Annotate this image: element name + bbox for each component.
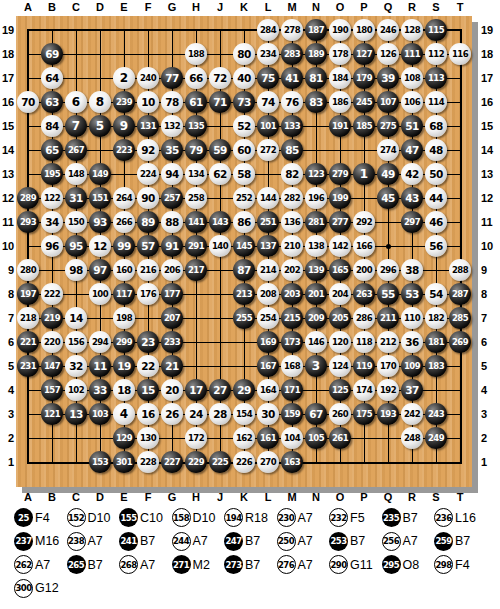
move-stone: 262 (14, 555, 33, 574)
stone-H18: 188 (185, 43, 207, 65)
move-stone: 259 (434, 532, 453, 551)
move-stone: 152 (67, 508, 86, 527)
column-label: F (145, 1, 152, 13)
stone-P5: 119 (353, 355, 375, 377)
stone-B8: 222 (41, 283, 63, 305)
column-label: H (192, 1, 200, 13)
stone-K2: 162 (233, 427, 255, 449)
stone-R13: 42 (401, 163, 423, 185)
stone-A6: 221 (17, 331, 39, 353)
row-label: 16 (481, 96, 499, 108)
column-label: C (72, 491, 80, 503)
move-entry: 232F5 (329, 508, 382, 527)
stone-C15: 7 (65, 115, 87, 137)
stone-P9: 200 (353, 259, 375, 281)
stone-K4: 29 (233, 379, 255, 401)
stone-R6: 36 (401, 331, 423, 353)
stone-M11: 136 (281, 211, 303, 233)
column-label: O (336, 491, 345, 503)
column-label: D (96, 491, 104, 503)
stone-D5: 11 (89, 355, 111, 377)
stone-N7: 209 (305, 307, 327, 329)
stone-S11: 46 (425, 211, 447, 233)
stone-S12: 44 (425, 187, 447, 209)
stone-S7: 182 (425, 307, 447, 329)
column-label: J (217, 491, 223, 503)
move-coord: C10 (140, 511, 163, 525)
stone-R7: 110 (401, 307, 423, 329)
footer-move-list: 25F4152D10155C10158D10194R18230A7232F523… (14, 506, 492, 600)
stone-Q13: 49 (377, 163, 399, 185)
stone-L15: 101 (257, 115, 279, 137)
stone-P11: 292 (353, 211, 375, 233)
move-stone: 265 (67, 555, 86, 574)
stone-D10: 12 (89, 235, 111, 257)
stone-T6: 269 (449, 331, 471, 353)
move-stone: 273 (224, 555, 243, 574)
stone-D15: 5 (89, 115, 111, 137)
stone-L6: 169 (257, 331, 279, 353)
stone-F4: 15 (137, 379, 159, 401)
stone-E11: 266 (113, 211, 135, 233)
move-entry: 271M2 (172, 555, 225, 574)
stone-P18: 127 (353, 43, 375, 65)
stone-Q6: 212 (377, 331, 399, 353)
row-label: 18 (2, 48, 14, 60)
stone-F14: 92 (137, 139, 159, 161)
stone-D12: 151 (89, 187, 111, 209)
move-stone: 295 (382, 555, 401, 574)
stone-S15: 68 (425, 115, 447, 137)
stone-C13: 148 (65, 163, 87, 185)
row-label: 1 (481, 456, 499, 468)
stone-N9: 139 (305, 259, 327, 281)
stone-M12: 282 (281, 187, 303, 209)
stone-F12: 90 (137, 187, 159, 209)
stone-A11: 293 (17, 211, 39, 233)
stone-Q12: 45 (377, 187, 399, 209)
stone-E1: 301 (113, 451, 135, 473)
star-point (386, 244, 391, 249)
stone-C9: 98 (65, 259, 87, 281)
move-stone: 232 (329, 508, 348, 527)
row-label: 5 (481, 360, 499, 372)
column-label: P (360, 491, 367, 503)
stone-B15: 84 (41, 115, 63, 137)
stone-S19: 115 (425, 19, 447, 41)
column-label: M (287, 491, 296, 503)
footer-row: 25F4152D10155C10158D10194R18230A7232F523… (14, 506, 492, 530)
stone-H1: 229 (185, 451, 207, 473)
stone-J4: 27 (209, 379, 231, 401)
move-entry: 194R18 (224, 508, 277, 527)
row-label: 5 (2, 360, 14, 372)
move-coord: D10 (193, 511, 216, 525)
stone-L11: 251 (257, 211, 279, 233)
stone-H11: 141 (185, 211, 207, 233)
stone-S8: 54 (425, 283, 447, 305)
column-label: T (457, 1, 464, 13)
row-label: 12 (2, 192, 14, 204)
stone-G3: 26 (161, 403, 183, 425)
stone-C7: 14 (65, 307, 87, 329)
stone-M17: 41 (281, 67, 303, 89)
stone-K12: 252 (233, 187, 255, 209)
column-label: N (312, 1, 320, 13)
stone-M4: 171 (281, 379, 303, 401)
move-stone: 194 (224, 508, 243, 527)
stone-F9: 216 (137, 259, 159, 281)
stone-L12: 144 (257, 187, 279, 209)
move-entry: 253B7 (329, 532, 382, 551)
column-label: H (192, 491, 200, 503)
stone-S14: 48 (425, 139, 447, 161)
stone-K1: 226 (233, 451, 255, 473)
move-coord: G11 (350, 558, 373, 572)
move-stone: 235 (382, 508, 401, 527)
move-stone: 271 (172, 555, 191, 574)
stone-N5: 3 (305, 355, 327, 377)
move-coord: B7 (245, 534, 260, 548)
move-entry: 250A7 (277, 532, 330, 551)
stone-L9: 214 (257, 259, 279, 281)
stone-B13: 195 (41, 163, 63, 185)
footer-row: 300G12 (14, 577, 492, 601)
stone-O18: 178 (329, 43, 351, 65)
stone-O7: 205 (329, 307, 351, 329)
row-label: 9 (2, 264, 14, 276)
stone-E7: 198 (113, 307, 135, 329)
move-entry: 244A7 (172, 532, 225, 551)
stone-E2: 129 (113, 427, 135, 449)
column-label: S (432, 491, 439, 503)
stone-D6: 294 (89, 331, 111, 353)
stone-N10: 138 (305, 235, 327, 257)
move-coord: A7 (298, 534, 313, 548)
move-coord: A7 (140, 558, 155, 572)
stone-D11: 93 (89, 211, 111, 233)
move-stone: 25 (14, 508, 33, 527)
move-entry: 276A7 (277, 555, 330, 574)
move-coord: B7 (140, 534, 155, 548)
stone-E10: 99 (113, 235, 135, 257)
stone-L1: 270 (257, 451, 279, 473)
stone-Q17: 39 (377, 67, 399, 89)
column-label: L (265, 1, 272, 13)
stone-P8: 263 (353, 283, 375, 305)
stone-B11: 34 (41, 211, 63, 233)
stone-C6: 156 (65, 331, 87, 353)
stone-J3: 28 (209, 403, 231, 425)
stone-M15: 133 (281, 115, 303, 137)
stone-Q3: 193 (377, 403, 399, 425)
row-label: 10 (2, 240, 14, 252)
column-label: A (24, 1, 32, 13)
row-label: 9 (481, 264, 499, 276)
stone-M3: 159 (281, 403, 303, 425)
stone-E15: 9 (113, 115, 135, 137)
stone-H2: 172 (185, 427, 207, 449)
stone-J14: 59 (209, 139, 231, 161)
stone-N3: 67 (305, 403, 327, 425)
stone-M7: 215 (281, 307, 303, 329)
stone-M13: 82 (281, 163, 303, 185)
row-label: 8 (481, 288, 499, 300)
stone-K3: 154 (233, 403, 255, 425)
move-coord: R18 (245, 511, 268, 525)
move-coord: A7 (403, 534, 418, 548)
row-label: 6 (481, 336, 499, 348)
stone-P16: 245 (353, 91, 375, 113)
column-label: E (120, 491, 127, 503)
move-coord: F5 (350, 511, 365, 525)
move-coord: B7 (455, 534, 470, 548)
stone-J16: 71 (209, 91, 231, 113)
stone-F11: 89 (137, 211, 159, 233)
stone-K7: 255 (233, 307, 255, 329)
move-entry: 155C10 (119, 508, 172, 527)
stone-D1: 153 (89, 451, 111, 473)
column-label: Q (384, 1, 393, 13)
stone-B14: 65 (41, 139, 63, 161)
stone-O19: 190 (329, 19, 351, 41)
row-label: 14 (2, 144, 14, 156)
move-coord: F4 (35, 511, 50, 525)
stone-G13: 94 (161, 163, 183, 185)
stone-M6: 173 (281, 331, 303, 353)
stone-R18: 111 (401, 43, 423, 65)
go-board[interactable]: 2842781871901802461281156918880234283189… (16, 16, 472, 487)
stone-A7: 218 (17, 307, 39, 329)
stone-O5: 124 (329, 355, 351, 377)
stone-H17: 66 (185, 67, 207, 89)
stone-L16: 74 (257, 91, 279, 113)
stone-K18: 80 (233, 43, 255, 65)
stone-Q14: 274 (377, 139, 399, 161)
stone-H14: 79 (185, 139, 207, 161)
stone-N17: 81 (305, 67, 327, 89)
stone-O4: 125 (329, 379, 351, 401)
move-entry: 256A7 (382, 532, 435, 551)
stone-Q16: 107 (377, 91, 399, 113)
column-label: D (96, 1, 104, 13)
stone-O8: 204 (329, 283, 351, 305)
stone-A9: 280 (17, 259, 39, 281)
column-label: O (336, 1, 345, 13)
stone-S17: 113 (425, 67, 447, 89)
move-stone: 158 (172, 508, 191, 527)
move-entry: 268A7 (119, 555, 172, 574)
row-label: 19 (481, 24, 499, 36)
stone-J10: 140 (209, 235, 231, 257)
stone-D8: 100 (89, 283, 111, 305)
move-entry: 235B7 (382, 508, 435, 527)
stone-K9: 87 (233, 259, 255, 281)
stone-K14: 60 (233, 139, 255, 161)
stone-M19: 278 (281, 19, 303, 41)
move-entry: 247B7 (224, 532, 277, 551)
stone-B17: 64 (41, 67, 63, 89)
move-coord: M16 (35, 534, 59, 548)
stone-R15: 51 (401, 115, 423, 137)
stone-R3: 242 (401, 403, 423, 425)
stone-N11: 281 (305, 211, 327, 233)
stone-G7: 207 (161, 307, 183, 329)
stone-S16: 114 (425, 91, 447, 113)
stone-P17: 179 (353, 67, 375, 89)
column-label: C (72, 1, 80, 13)
stone-Q7: 211 (377, 307, 399, 329)
stone-P3: 175 (353, 403, 375, 425)
column-label: Q (384, 491, 393, 503)
stone-F1: 228 (137, 451, 159, 473)
stone-N6: 146 (305, 331, 327, 353)
stone-R9: 38 (401, 259, 423, 281)
stone-E6: 299 (113, 331, 135, 353)
stone-G6: 233 (161, 331, 183, 353)
stone-H12: 258 (185, 187, 207, 209)
stone-M16: 76 (281, 91, 303, 113)
stone-F3: 16 (137, 403, 159, 425)
stone-J11: 143 (209, 211, 231, 233)
move-stone: 256 (382, 532, 401, 551)
move-coord: M2 (193, 558, 210, 572)
stone-H9: 217 (185, 259, 207, 281)
stone-R2: 248 (401, 427, 423, 449)
move-stone: 276 (277, 555, 296, 574)
move-stone: 236 (434, 508, 453, 527)
move-stone: 300 (14, 579, 33, 598)
column-label: K (240, 1, 248, 13)
row-label: 16 (2, 96, 14, 108)
stone-B18: 69 (41, 43, 63, 65)
move-coord: A7 (193, 534, 208, 548)
move-stone: 247 (224, 532, 243, 551)
column-label: B (48, 1, 56, 13)
move-stone: 298 (434, 555, 453, 574)
stone-K11: 86 (233, 211, 255, 233)
column-label: N (312, 491, 320, 503)
row-label: 3 (481, 408, 499, 420)
row-label: 3 (2, 408, 14, 420)
stone-C10: 95 (65, 235, 87, 257)
stone-F5: 22 (137, 355, 159, 377)
stone-D3: 103 (89, 403, 111, 425)
column-label: E (120, 1, 127, 13)
stone-H13: 134 (185, 163, 207, 185)
move-coord: B7 (245, 558, 260, 572)
move-entry: 290G11 (329, 555, 382, 574)
column-label: J (217, 1, 223, 13)
stone-H10: 291 (185, 235, 207, 257)
stone-P6: 118 (353, 331, 375, 353)
stone-C14: 267 (65, 139, 87, 161)
row-label: 12 (481, 192, 499, 204)
stone-R11: 297 (401, 211, 423, 233)
stone-P10: 166 (353, 235, 375, 257)
move-stone: 290 (329, 555, 348, 574)
stone-M9: 202 (281, 259, 303, 281)
column-label: T (457, 491, 464, 503)
move-entry: 237M16 (14, 532, 67, 551)
stone-N12: 196 (305, 187, 327, 209)
stone-B4: 157 (41, 379, 63, 401)
move-coord: B7 (403, 511, 418, 525)
row-label: 2 (2, 432, 14, 444)
move-stone: 155 (119, 508, 138, 527)
move-entry: 262A7 (14, 555, 67, 574)
stone-L5: 167 (257, 355, 279, 377)
row-label: 17 (2, 72, 14, 84)
move-stone: 237 (14, 532, 33, 551)
stone-N2: 105 (305, 427, 327, 449)
stone-O15: 191 (329, 115, 351, 137)
stone-Q9: 296 (377, 259, 399, 281)
stone-E9: 160 (113, 259, 135, 281)
stone-G12: 257 (161, 187, 183, 209)
stone-E3: 4 (113, 403, 135, 425)
stone-O9: 165 (329, 259, 351, 281)
stone-G11: 88 (161, 211, 183, 233)
move-entry: 238A7 (67, 532, 120, 551)
stone-D9: 97 (89, 259, 111, 281)
move-stone: 244 (172, 532, 191, 551)
stone-N18: 189 (305, 43, 327, 65)
move-stone: 253 (329, 532, 348, 551)
stone-B16: 63 (41, 91, 63, 113)
move-coord: F4 (455, 558, 470, 572)
stone-K13: 58 (233, 163, 255, 185)
move-entry: 230A7 (277, 508, 330, 527)
column-label: M (287, 1, 296, 13)
stone-G1: 227 (161, 451, 183, 473)
stone-R16: 106 (401, 91, 423, 113)
stone-M18: 283 (281, 43, 303, 65)
stone-O17: 184 (329, 67, 351, 89)
stone-P19: 180 (353, 19, 375, 41)
column-label: G (168, 1, 177, 13)
column-label: R (408, 491, 416, 503)
stone-S5: 183 (425, 355, 447, 377)
move-coord: A7 (35, 558, 50, 572)
row-label: 13 (2, 168, 14, 180)
stone-S10: 56 (425, 235, 447, 257)
stone-S18: 112 (425, 43, 447, 65)
stone-D16: 8 (89, 91, 111, 113)
stone-A8: 197 (17, 283, 39, 305)
row-label: 7 (2, 312, 14, 324)
stone-R8: 53 (401, 283, 423, 305)
stone-J17: 72 (209, 67, 231, 89)
row-label: 8 (2, 288, 14, 300)
stone-B3: 121 (41, 403, 63, 425)
stone-N8: 201 (305, 283, 327, 305)
move-entry: 25F4 (14, 508, 67, 527)
stone-H16: 61 (185, 91, 207, 113)
stone-G4: 20 (161, 379, 183, 401)
move-coord: A7 (298, 511, 313, 525)
stone-R12: 43 (401, 187, 423, 209)
stone-T7: 285 (449, 307, 471, 329)
stone-A16: 70 (17, 91, 39, 113)
stone-O11: 277 (329, 211, 351, 233)
stone-T18: 116 (449, 43, 471, 65)
stone-T9: 288 (449, 259, 471, 281)
move-stone: 268 (119, 555, 138, 574)
stone-G16: 78 (161, 91, 183, 113)
stone-F17: 240 (137, 67, 159, 89)
stone-Q19: 246 (377, 19, 399, 41)
